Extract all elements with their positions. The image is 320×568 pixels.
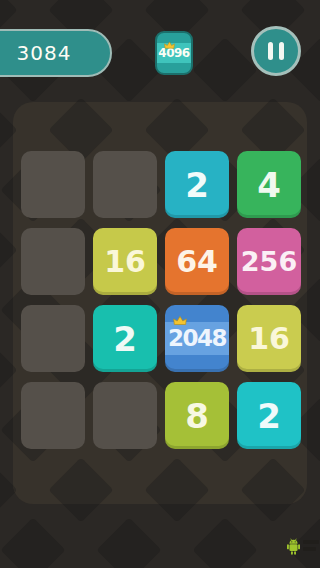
tile-16: 16 bbox=[93, 228, 157, 295]
tile-value: 256 bbox=[241, 248, 297, 275]
game-screen: 3084 4096 241664256220481682 bbox=[0, 0, 320, 568]
tile-256: 256 bbox=[237, 228, 301, 295]
pause-icon bbox=[268, 42, 273, 60]
watermark-text-lines bbox=[303, 540, 319, 554]
android-robot-icon bbox=[286, 538, 301, 555]
empty-cell-r2c0 bbox=[21, 305, 85, 372]
diamond-decoration bbox=[96, 102, 161, 103]
tile-value: 2 bbox=[113, 322, 137, 356]
goal-tile-badge: 4096 bbox=[155, 31, 193, 75]
tile-2: 2 bbox=[237, 382, 301, 449]
diamond-decoration bbox=[13, 217, 18, 282]
tile-value: 2 bbox=[257, 399, 281, 433]
game-board[interactable]: 241664256220481682 bbox=[21, 151, 301, 449]
top-hud: 3084 4096 bbox=[0, 0, 320, 95]
diamond-decoration bbox=[13, 102, 66, 103]
empty-cell-r1c0 bbox=[21, 228, 85, 295]
tile-2: 2 bbox=[165, 151, 229, 218]
tile-64: 64 bbox=[165, 228, 229, 295]
tile-value: 16 bbox=[104, 247, 146, 277]
tile-16: 16 bbox=[237, 305, 301, 372]
star-icon bbox=[164, 41, 175, 50]
tile-value: 8 bbox=[185, 399, 209, 433]
diamond-decoration bbox=[13, 102, 18, 163]
diamond-decoration bbox=[192, 102, 257, 103]
crown-icon bbox=[173, 316, 187, 326]
pause-button[interactable] bbox=[251, 26, 301, 76]
diamond-decoration bbox=[288, 102, 307, 103]
score-pill: 3084 bbox=[0, 29, 112, 77]
board-container: 241664256220481682 bbox=[13, 102, 307, 504]
diamond-decoration bbox=[13, 337, 18, 402]
score-value: 3084 bbox=[17, 41, 72, 65]
pause-icon bbox=[279, 42, 284, 60]
tile-value: 2 bbox=[185, 168, 209, 202]
diamond-decoration bbox=[240, 457, 305, 504]
diamond-decoration bbox=[192, 517, 257, 568]
tile-value: 2048 bbox=[168, 327, 226, 350]
diamond-decoration bbox=[13, 457, 18, 504]
tile-2: 2 bbox=[93, 305, 157, 372]
diamond-decoration bbox=[0, 517, 65, 568]
tile-4: 4 bbox=[237, 151, 301, 218]
empty-cell-r0c0 bbox=[21, 151, 85, 218]
diamond-decoration bbox=[96, 517, 161, 568]
tile-value: 64 bbox=[176, 247, 218, 277]
tile-value: 16 bbox=[248, 324, 290, 354]
tile-8: 8 bbox=[165, 382, 229, 449]
diamond-decoration bbox=[144, 457, 209, 504]
diamond-decoration bbox=[48, 457, 113, 504]
tile-2048: 2048 bbox=[165, 305, 229, 372]
empty-cell-r3c1 bbox=[93, 382, 157, 449]
tile-value: 4 bbox=[257, 168, 281, 202]
empty-cell-r3c0 bbox=[21, 382, 85, 449]
empty-cell-r0c1 bbox=[93, 151, 157, 218]
android-watermark bbox=[286, 538, 320, 556]
